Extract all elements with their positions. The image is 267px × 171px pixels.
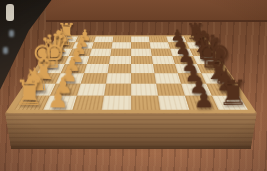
board-square xyxy=(73,96,104,110)
black-rook: ♜ xyxy=(217,77,249,110)
board-square xyxy=(156,84,185,96)
board-square xyxy=(154,73,181,83)
white-pawn: ♟ xyxy=(47,87,69,110)
board-square xyxy=(87,56,110,64)
board-square xyxy=(77,84,106,96)
board-square xyxy=(104,84,131,96)
board-square xyxy=(90,49,112,56)
white-rook: ♜ xyxy=(13,77,45,110)
board-square: ♟ xyxy=(185,96,219,110)
board-square xyxy=(109,56,131,64)
board-square xyxy=(131,84,158,96)
board-square xyxy=(102,96,131,110)
chess-scene: ♜♟♟♜♞♟♟♞♝♟♟♝♛♟♟♛♚♟♟♚♝♟♟♝♞♟♟♞♜♟♟♜ xyxy=(0,0,267,171)
board-square xyxy=(131,73,156,83)
board-square xyxy=(81,73,108,83)
board-square xyxy=(108,64,131,73)
board-square xyxy=(131,56,153,64)
board-square xyxy=(106,73,131,83)
chess-board-grid: ♜♟♟♜♞♟♟♞♝♟♟♝♛♟♟♛♚♟♟♚♝♟♟♝♞♟♟♞♜♟♟♜ xyxy=(14,36,248,109)
chess-board: ♜♟♟♜♞♟♟♞♝♟♟♝♛♟♟♛♚♟♟♚♝♟♟♝♞♟♟♞♜♟♟♜ xyxy=(5,35,257,113)
board-square xyxy=(131,64,154,73)
board-square xyxy=(110,49,131,56)
board-square xyxy=(131,96,160,110)
black-pawn: ♟ xyxy=(193,87,215,110)
board-square: ♜ xyxy=(212,96,248,110)
board-front-edge xyxy=(5,113,257,149)
board-square xyxy=(153,64,178,73)
board-square xyxy=(152,56,175,64)
board-square xyxy=(84,64,109,73)
board-square xyxy=(131,49,152,56)
board-square xyxy=(151,49,173,56)
